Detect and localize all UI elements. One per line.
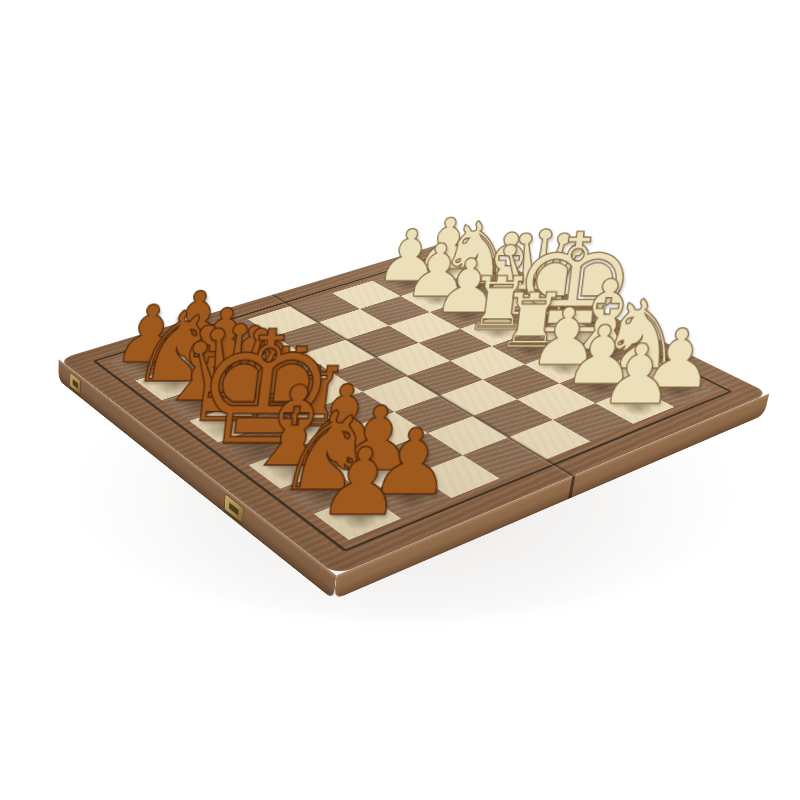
product-photo-scene: ♟♞♝♛♚♝♞♟♟♟♟♜♜♟♟♟♟♟♟♜♜♟♟♟♟♞♝♛♚♝♞♟: [0, 0, 800, 800]
fold-seam-edge-notch: [568, 475, 575, 499]
